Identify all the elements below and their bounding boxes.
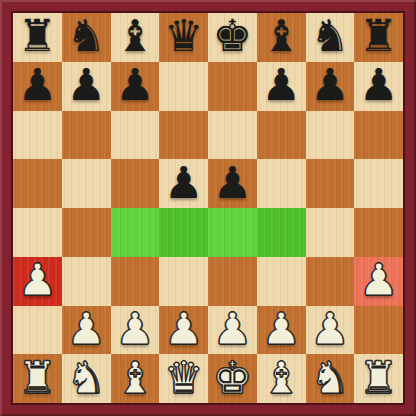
square-c6[interactable] <box>111 111 160 160</box>
square-h7[interactable]: ♟ <box>354 62 403 111</box>
chess-board-frame: ♜♞♝♛♚♝♞♜♟♟♟♟♟♟♟♟♟♟♟♟♟♟♟♟♜♞♝♛♚♝♞♜ <box>0 0 416 416</box>
piece-black-pawn: ♟ <box>66 63 105 107</box>
square-f7[interactable]: ♟ <box>257 62 306 111</box>
square-g5[interactable] <box>306 159 355 208</box>
square-e8[interactable]: ♚ <box>208 13 257 62</box>
square-a4[interactable] <box>13 208 62 257</box>
piece-white-pawn: ♟ <box>310 307 349 351</box>
square-c1[interactable]: ♝ <box>111 354 160 403</box>
piece-black-knight: ♞ <box>310 14 349 58</box>
piece-white-pawn: ♟ <box>213 307 252 351</box>
square-d8[interactable]: ♛ <box>159 13 208 62</box>
piece-white-pawn: ♟ <box>18 258 57 302</box>
square-a2[interactable] <box>13 306 62 355</box>
piece-white-knight: ♞ <box>66 356 105 400</box>
square-f4[interactable] <box>257 208 306 257</box>
square-f5[interactable] <box>257 159 306 208</box>
square-e1[interactable]: ♚ <box>208 354 257 403</box>
square-b8[interactable]: ♞ <box>62 13 111 62</box>
square-a8[interactable]: ♜ <box>13 13 62 62</box>
piece-black-pawn: ♟ <box>213 161 252 205</box>
square-c7[interactable]: ♟ <box>111 62 160 111</box>
piece-white-pawn: ♟ <box>261 307 300 351</box>
square-h2[interactable] <box>354 306 403 355</box>
square-c5[interactable] <box>111 159 160 208</box>
square-g3[interactable] <box>306 257 355 306</box>
square-a7[interactable]: ♟ <box>13 62 62 111</box>
square-b3[interactable] <box>62 257 111 306</box>
square-e5[interactable]: ♟ <box>208 159 257 208</box>
square-h3[interactable]: ♟ <box>354 257 403 306</box>
square-e2[interactable]: ♟ <box>208 306 257 355</box>
piece-black-bishop: ♝ <box>115 14 154 58</box>
square-d3[interactable] <box>159 257 208 306</box>
square-b1[interactable]: ♞ <box>62 354 111 403</box>
square-d1[interactable]: ♛ <box>159 354 208 403</box>
square-f8[interactable]: ♝ <box>257 13 306 62</box>
piece-black-pawn: ♟ <box>310 63 349 107</box>
square-f6[interactable] <box>257 111 306 160</box>
square-a6[interactable] <box>13 111 62 160</box>
square-c2[interactable]: ♟ <box>111 306 160 355</box>
square-f3[interactable] <box>257 257 306 306</box>
square-g1[interactable]: ♞ <box>306 354 355 403</box>
square-f2[interactable]: ♟ <box>257 306 306 355</box>
piece-white-king: ♚ <box>213 356 252 400</box>
piece-white-pawn: ♟ <box>115 307 154 351</box>
square-b4[interactable] <box>62 208 111 257</box>
square-g4[interactable] <box>306 208 355 257</box>
square-c4[interactable] <box>111 208 160 257</box>
square-b2[interactable]: ♟ <box>62 306 111 355</box>
piece-white-rook: ♜ <box>359 356 398 400</box>
square-f1[interactable]: ♝ <box>257 354 306 403</box>
square-e4[interactable] <box>208 208 257 257</box>
chess-board: ♜♞♝♛♚♝♞♜♟♟♟♟♟♟♟♟♟♟♟♟♟♟♟♟♜♞♝♛♚♝♞♜ <box>13 13 403 403</box>
chess-app: ♜♞♝♛♚♝♞♜♟♟♟♟♟♟♟♟♟♟♟♟♟♟♟♟♜♞♝♛♚♝♞♜ <box>0 0 416 416</box>
square-g2[interactable]: ♟ <box>306 306 355 355</box>
piece-black-pawn: ♟ <box>18 63 57 107</box>
square-d5[interactable]: ♟ <box>159 159 208 208</box>
piece-black-king: ♚ <box>213 14 252 58</box>
square-h1[interactable]: ♜ <box>354 354 403 403</box>
piece-black-knight: ♞ <box>66 14 105 58</box>
square-d6[interactable] <box>159 111 208 160</box>
square-c8[interactable]: ♝ <box>111 13 160 62</box>
square-h5[interactable] <box>354 159 403 208</box>
piece-white-rook: ♜ <box>18 356 57 400</box>
piece-black-bishop: ♝ <box>261 14 300 58</box>
square-b6[interactable] <box>62 111 111 160</box>
piece-white-pawn: ♟ <box>359 258 398 302</box>
square-a5[interactable] <box>13 159 62 208</box>
square-a1[interactable]: ♜ <box>13 354 62 403</box>
piece-black-pawn: ♟ <box>261 63 300 107</box>
square-e7[interactable] <box>208 62 257 111</box>
piece-white-bishop: ♝ <box>261 356 300 400</box>
square-h4[interactable] <box>354 208 403 257</box>
piece-white-pawn: ♟ <box>66 307 105 351</box>
square-h6[interactable] <box>354 111 403 160</box>
square-d4[interactable] <box>159 208 208 257</box>
square-b5[interactable] <box>62 159 111 208</box>
piece-white-pawn: ♟ <box>164 307 203 351</box>
piece-white-bishop: ♝ <box>115 356 154 400</box>
piece-white-queen: ♛ <box>164 356 203 400</box>
square-d2[interactable]: ♟ <box>159 306 208 355</box>
square-g8[interactable]: ♞ <box>306 13 355 62</box>
square-g6[interactable] <box>306 111 355 160</box>
piece-white-knight: ♞ <box>310 356 349 400</box>
piece-black-queen: ♛ <box>164 14 203 58</box>
piece-black-pawn: ♟ <box>359 63 398 107</box>
piece-black-rook: ♜ <box>359 14 398 58</box>
square-e6[interactable] <box>208 111 257 160</box>
square-h8[interactable]: ♜ <box>354 13 403 62</box>
square-a3[interactable]: ♟ <box>13 257 62 306</box>
piece-black-pawn: ♟ <box>115 63 154 107</box>
square-d7[interactable] <box>159 62 208 111</box>
square-b7[interactable]: ♟ <box>62 62 111 111</box>
piece-black-rook: ♜ <box>18 14 57 58</box>
piece-black-pawn: ♟ <box>164 161 203 205</box>
square-c3[interactable] <box>111 257 160 306</box>
square-e3[interactable] <box>208 257 257 306</box>
square-g7[interactable]: ♟ <box>306 62 355 111</box>
